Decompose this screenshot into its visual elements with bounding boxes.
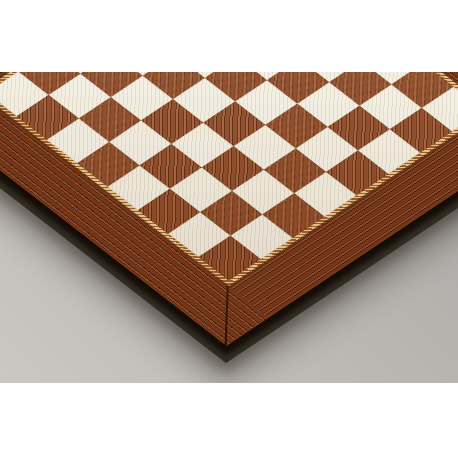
board-frame [0, 72, 458, 346]
white-margin-bottom [0, 383, 458, 458]
chess-board [0, 72, 458, 363]
product-photo-page [0, 0, 458, 458]
photo-area [0, 72, 458, 383]
white-margin-top [0, 0, 458, 72]
